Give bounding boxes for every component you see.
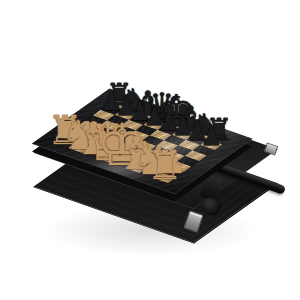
pieces-layer: ♜♞♝♛♚♝♞♜♟♟♟♟♟♟♟♟♟♟♟♟♟♟♟♟♜♞♝♛♚♝♞♜ bbox=[0, 0, 300, 300]
chess-set-photo: ♜♞♝♛♚♝♞♜♟♟♟♟♟♟♟♟♟♟♟♟♟♟♟♟♜♞♝♛♚♝♞♜ bbox=[0, 0, 300, 300]
piece-white-rook-h1[interactable]: ♜ bbox=[147, 146, 183, 186]
piece-black-pawn-h7[interactable]: ♟ bbox=[200, 125, 222, 150]
